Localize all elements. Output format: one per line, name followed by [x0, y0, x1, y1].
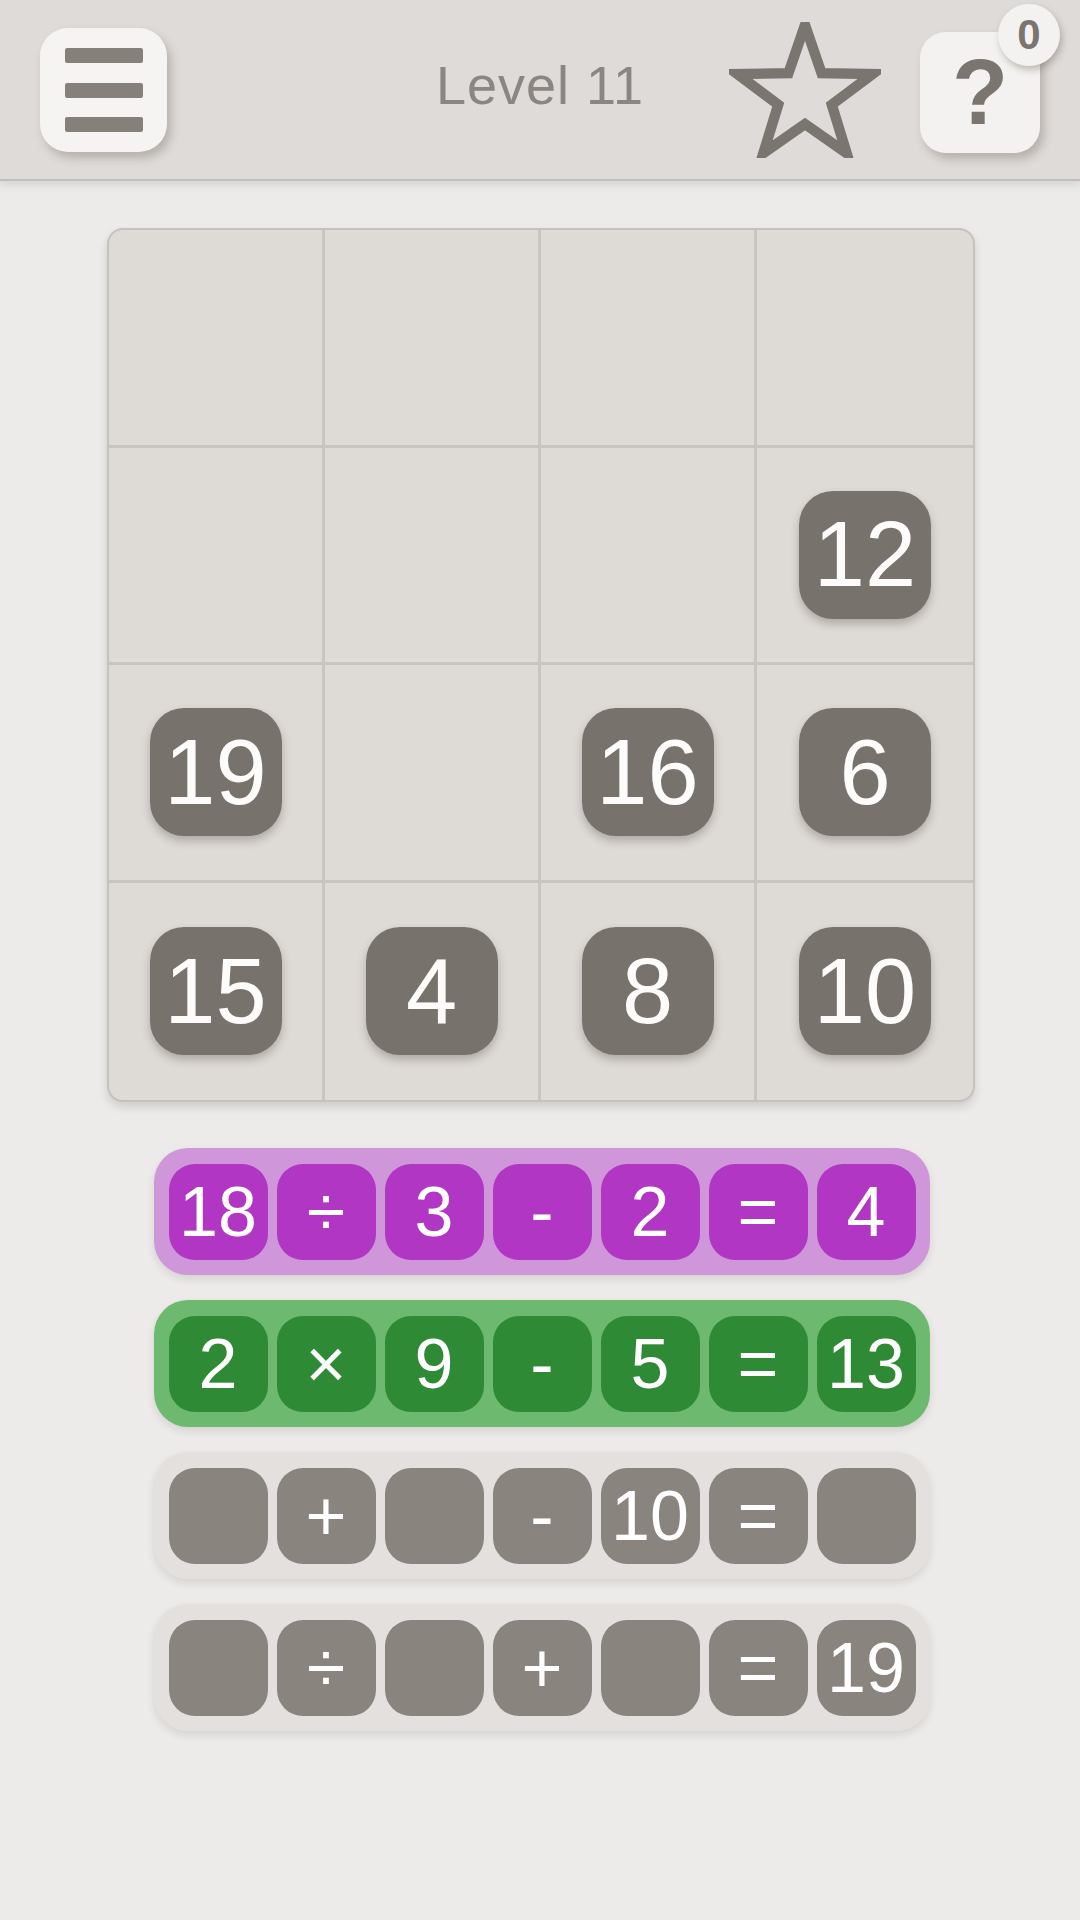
- board-cell-r1c3: [541, 230, 757, 448]
- plus-operator-slot: +: [277, 1468, 376, 1564]
- equation-row-3-unsolved: + - 10 =: [154, 1452, 930, 1579]
- equals-sign-slot: =: [709, 1316, 808, 1412]
- number-tile[interactable]: 19: [150, 708, 282, 836]
- equation-result-slot: 4: [817, 1164, 916, 1260]
- divide-operator-slot: ÷: [277, 1620, 376, 1716]
- number-tile[interactable]: 6: [799, 708, 931, 836]
- equation-number-slot[interactable]: 5: [601, 1316, 700, 1412]
- multiply-operator-slot: ×: [277, 1316, 376, 1412]
- board-cell-r4c4: 10: [757, 883, 973, 1101]
- number-board: 12 19 16 6 15 4 8 10: [107, 228, 975, 1102]
- minus-operator-slot: -: [493, 1316, 592, 1412]
- board-cell-r3c2: [325, 665, 541, 883]
- question-mark-icon: ?: [952, 40, 1008, 145]
- equation-number-slot[interactable]: 2: [169, 1316, 268, 1412]
- number-tile[interactable]: 15: [150, 927, 282, 1055]
- equation-number-slot[interactable]: 2: [601, 1164, 700, 1260]
- empty-number-slot[interactable]: [169, 1468, 268, 1564]
- hamburger-bar: [65, 117, 143, 132]
- equation-row-4-unsolved: ÷ + = 19: [154, 1604, 930, 1731]
- level-title: Level 11: [0, 54, 1080, 116]
- empty-result-slot[interactable]: [817, 1468, 916, 1564]
- board-cell-r1c1: [109, 230, 325, 448]
- equals-sign-slot: =: [709, 1620, 808, 1716]
- equation-number-slot[interactable]: 9: [385, 1316, 484, 1412]
- equation-number-slot[interactable]: 3: [385, 1164, 484, 1260]
- game-screen: Level 11 ? 0 12 19 16 6 15 4 8 10 18 ÷ 3: [0, 0, 1080, 1920]
- minus-operator-slot: -: [493, 1164, 592, 1260]
- board-cell-r3c3: 16: [541, 665, 757, 883]
- star-icon: [729, 22, 881, 158]
- empty-number-slot[interactable]: [385, 1468, 484, 1564]
- given-result-slot: 19: [817, 1620, 916, 1716]
- empty-number-slot[interactable]: [169, 1620, 268, 1716]
- board-cell-r2c4: 12: [757, 448, 973, 666]
- equation-row-1-solved: 18 ÷ 3 - 2 = 4: [154, 1148, 930, 1275]
- board-cell-r3c1: 19: [109, 665, 325, 883]
- equation-number-slot[interactable]: 18: [169, 1164, 268, 1260]
- equation-result-slot: 13: [817, 1316, 916, 1412]
- board-cell-r2c3: [541, 448, 757, 666]
- top-bar: Level 11 ? 0: [0, 0, 1080, 181]
- number-tile[interactable]: 16: [582, 708, 714, 836]
- number-tile[interactable]: 10: [799, 927, 931, 1055]
- board-cell-r2c1: [109, 448, 325, 666]
- plus-operator-slot: +: [493, 1620, 592, 1716]
- hint-badge: 0: [998, 4, 1060, 66]
- board-cell-r3c4: 6: [757, 665, 973, 883]
- equals-sign-slot: =: [709, 1468, 808, 1564]
- number-tile[interactable]: 8: [582, 927, 714, 1055]
- board-cell-r1c2: [325, 230, 541, 448]
- empty-number-slot[interactable]: [601, 1620, 700, 1716]
- board-cell-r4c3: 8: [541, 883, 757, 1101]
- board-cell-r1c4: [757, 230, 973, 448]
- given-number-slot: 10: [601, 1468, 700, 1564]
- equals-sign-slot: =: [709, 1164, 808, 1260]
- empty-number-slot[interactable]: [385, 1620, 484, 1716]
- divide-operator-slot: ÷: [277, 1164, 376, 1260]
- board-cell-r4c2: 4: [325, 883, 541, 1101]
- board-cell-r2c2: [325, 448, 541, 666]
- minus-operator-slot: -: [493, 1468, 592, 1564]
- number-tile[interactable]: 12: [799, 491, 931, 619]
- board-cell-r4c1: 15: [109, 883, 325, 1101]
- number-tile[interactable]: 4: [366, 927, 498, 1055]
- equation-row-2-solved: 2 × 9 - 5 = 13: [154, 1300, 930, 1427]
